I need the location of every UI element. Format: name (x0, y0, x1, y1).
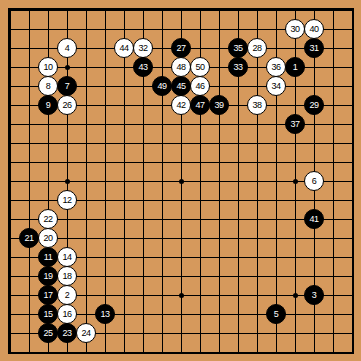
stone-black-33: 33 (228, 57, 248, 77)
stone-black-19: 19 (38, 266, 58, 286)
stone-white-8: 8 (38, 76, 58, 96)
star-point (65, 65, 70, 70)
stone-white-22: 22 (38, 209, 58, 229)
star-point (179, 293, 184, 298)
star-point (179, 179, 184, 184)
stone-black-43: 43 (133, 57, 153, 77)
stone-black-3: 3 (304, 285, 324, 305)
stone-black-45: 45 (171, 76, 191, 96)
stone-black-47: 47 (190, 95, 210, 115)
grid-line-vertical (219, 10, 220, 353)
stone-white-34: 34 (266, 76, 286, 96)
stone-black-23: 23 (57, 323, 77, 343)
star-point (293, 293, 298, 298)
stone-white-20: 20 (38, 228, 58, 248)
stone-black-9: 9 (38, 95, 58, 115)
stone-white-18: 18 (57, 266, 77, 286)
stone-black-13: 13 (95, 304, 115, 324)
stone-black-25: 25 (38, 323, 58, 343)
stone-white-32: 32 (133, 38, 153, 58)
star-point (293, 179, 298, 184)
stone-white-48: 48 (171, 57, 191, 77)
stone-white-28: 28 (247, 38, 267, 58)
stone-white-46: 46 (190, 76, 210, 96)
stone-black-35: 35 (228, 38, 248, 58)
stone-white-10: 10 (38, 57, 58, 77)
stone-black-49: 49 (152, 76, 172, 96)
grid-line-vertical (352, 10, 353, 353)
grid-line-horizontal (10, 238, 353, 239)
stone-black-31: 31 (304, 38, 324, 58)
grid-line-horizontal (10, 352, 353, 353)
stone-black-5: 5 (266, 304, 286, 324)
grid-line-vertical (257, 10, 258, 353)
stone-black-1: 1 (285, 57, 305, 77)
stone-white-4: 4 (57, 38, 77, 58)
stone-white-14: 14 (57, 247, 77, 267)
stone-white-50: 50 (190, 57, 210, 77)
stone-white-6: 6 (304, 171, 324, 191)
stone-black-17: 17 (38, 285, 58, 305)
stone-white-2: 2 (57, 285, 77, 305)
stone-white-42: 42 (171, 95, 191, 115)
go-board: 1234567891011121314151617181920212223242… (0, 0, 361, 361)
stone-black-39: 39 (209, 95, 229, 115)
stone-black-37: 37 (285, 114, 305, 134)
grid-line-vertical (333, 10, 334, 353)
stone-white-36: 36 (266, 57, 286, 77)
stone-white-26: 26 (57, 95, 77, 115)
stone-white-40: 40 (304, 19, 324, 39)
stone-white-12: 12 (57, 190, 77, 210)
stone-black-7: 7 (57, 76, 77, 96)
stone-black-41: 41 (304, 209, 324, 229)
stone-black-15: 15 (38, 304, 58, 324)
stone-white-24: 24 (76, 323, 96, 343)
star-point (65, 179, 70, 184)
stone-white-16: 16 (57, 304, 77, 324)
stone-black-27: 27 (171, 38, 191, 58)
stone-black-29: 29 (304, 95, 324, 115)
stone-black-21: 21 (19, 228, 39, 248)
stone-white-38: 38 (247, 95, 267, 115)
grid-line-horizontal (10, 219, 353, 220)
stone-white-44: 44 (114, 38, 134, 58)
stone-black-11: 11 (38, 247, 58, 267)
stone-white-30: 30 (285, 19, 305, 39)
